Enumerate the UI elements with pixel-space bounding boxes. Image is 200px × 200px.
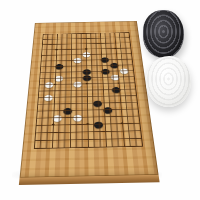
hoshi-point: [52, 124, 54, 126]
hoshi-point: [121, 122, 124, 124]
scene: ●●●●●●●●●●●●●●●●●●●●●: [0, 0, 200, 200]
hoshi-point: [117, 82, 119, 84]
go-board[interactable]: ●●●●●●●●●●●●●●●●●●●●●: [20, 21, 159, 178]
white-stone-bowl[interactable]: [146, 56, 191, 107]
hoshi-point: [85, 48, 87, 49]
board-grid: ●●●●●●●●●●●●●●●●●●●●●: [31, 30, 147, 153]
grid-lines: [34, 33, 143, 149]
black-stone-bowl[interactable]: [143, 10, 184, 58]
hoshi-point: [114, 48, 116, 49]
hoshi-point: [86, 123, 88, 125]
hoshi-point: [86, 83, 88, 85]
hoshi-point: [55, 49, 57, 50]
hoshi-point: [54, 83, 56, 85]
board-front-edge: [19, 175, 160, 185]
